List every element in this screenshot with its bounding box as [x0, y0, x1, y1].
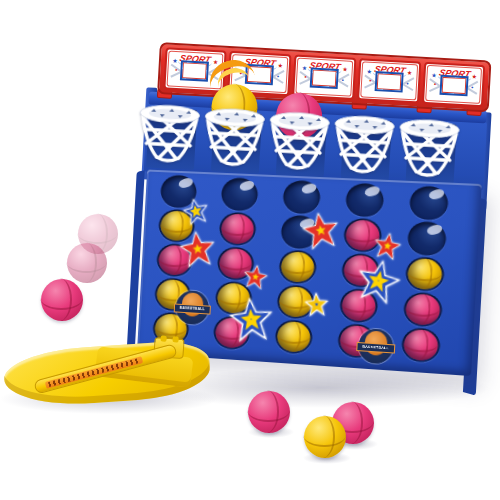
- cell-r1c1[interactable]: [147, 173, 209, 210]
- cell-r4c1[interactable]: [141, 275, 203, 313]
- scene: ★ ★ ● ● SPORT ★ ★ ● ● SPORT: [0, 0, 500, 500]
- hole: [159, 174, 196, 208]
- backboard-frame: ★ ★ ● ● SPORT: [360, 61, 418, 100]
- backboard-5: ★ ★ ● ● SPORT: [422, 62, 486, 107]
- dot-confetti-icon: ●: [342, 78, 345, 82]
- shelf-slot-2: [211, 111, 262, 174]
- cell-r1c3[interactable]: [269, 178, 334, 216]
- dot-confetti-icon: ●: [304, 75, 307, 79]
- dot-confetti-icon: ●: [175, 68, 178, 72]
- cell-r1c5[interactable]: [395, 183, 462, 221]
- cell-r5c3[interactable]: [261, 317, 325, 356]
- dot-confetti-icon: ●: [434, 82, 437, 86]
- ghost-pink-ball: [78, 214, 118, 254]
- cell-r4c2[interactable]: [202, 279, 265, 317]
- cell-r2c5[interactable]: [393, 219, 460, 258]
- backboard-target-square: [310, 67, 339, 89]
- star-confetti-icon: ★: [302, 65, 308, 71]
- cell-r1c4[interactable]: [332, 181, 398, 219]
- star-confetti-icon: ★: [431, 72, 437, 78]
- cell-r2c4[interactable]: [330, 216, 396, 254]
- backboard-target-square: [439, 75, 468, 97]
- star-confetti-icon: ★: [277, 63, 283, 69]
- cell-r3c3[interactable]: [265, 247, 329, 285]
- shelf-slot-3: [276, 115, 327, 178]
- cell-r3c2[interactable]: [204, 244, 267, 282]
- cell-r5c5[interactable]: [387, 325, 454, 365]
- cell-r2c3[interactable]: [267, 213, 331, 251]
- cell-r3c1[interactable]: [143, 241, 205, 279]
- star-confetti-icon: ★: [172, 58, 178, 64]
- star-confetti-icon: ★: [366, 69, 372, 75]
- cell-r5c4[interactable]: [324, 321, 390, 360]
- cell-r4c5[interactable]: [389, 289, 456, 328]
- hole: [408, 185, 448, 220]
- yellow-loose-ball[interactable]: [304, 416, 346, 458]
- star-confetti-icon: ★: [342, 66, 348, 72]
- cell-r1c2[interactable]: [208, 175, 271, 212]
- star-confetti-icon: ★: [407, 70, 413, 76]
- cell-r3c4[interactable]: [328, 251, 394, 290]
- cell-r4c3[interactable]: [263, 282, 327, 321]
- backboard-4: ★ ★ ● ● SPORT: [357, 58, 421, 103]
- hole: [282, 179, 321, 214]
- star-confetti-icon: ★: [471, 73, 477, 79]
- hole: [220, 177, 258, 211]
- dot-confetti-icon: ●: [277, 75, 280, 79]
- hole: [280, 214, 319, 249]
- cell-r2c1[interactable]: [145, 207, 207, 244]
- cell-r3c5[interactable]: [391, 254, 458, 293]
- backboard-3: ★ ★ ● ● SPORT: [292, 55, 356, 100]
- backboard-frame: ★ ★ ● ● SPORT: [425, 65, 483, 104]
- shelf-slot-5: [406, 122, 457, 185]
- backboard-target-square: [374, 71, 403, 93]
- dot-confetti-icon: ●: [369, 79, 372, 83]
- pink-loose-ball[interactable]: [248, 391, 290, 433]
- shelf-slot-4: [341, 118, 392, 181]
- hole: [407, 220, 447, 255]
- cell-r4c4[interactable]: [326, 286, 392, 325]
- hole: [345, 182, 384, 217]
- cell-r5c2[interactable]: [200, 313, 263, 352]
- dot-confetti-icon: ●: [406, 82, 409, 86]
- pink-ball-on-launcher[interactable]: [41, 279, 83, 321]
- shelf-slot-1: [146, 108, 197, 171]
- cell-r2c2[interactable]: [206, 210, 269, 248]
- backboard-target-square: [180, 60, 209, 82]
- ball-grid: [139, 173, 462, 365]
- backboard-frame: ★ ★ ● ● SPORT: [295, 58, 353, 97]
- dot-confetti-icon: ●: [471, 85, 474, 89]
